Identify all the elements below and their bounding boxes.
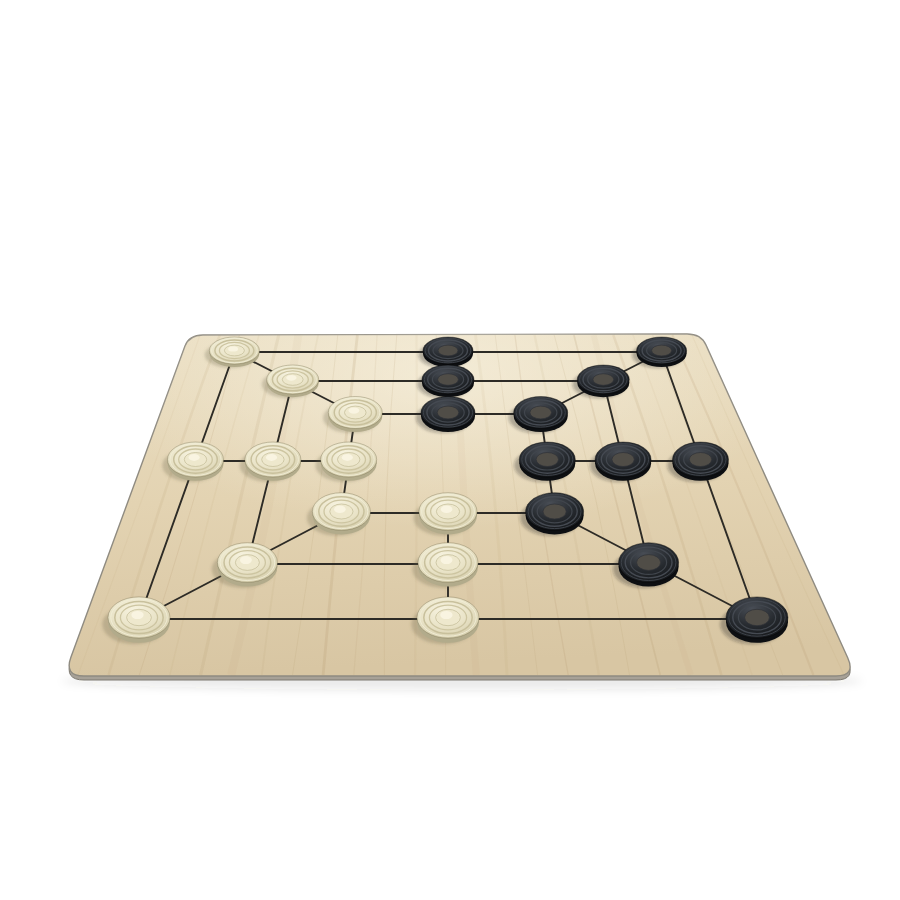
product-photo (0, 0, 900, 900)
twelve-mens-morris-board (0, 0, 900, 900)
